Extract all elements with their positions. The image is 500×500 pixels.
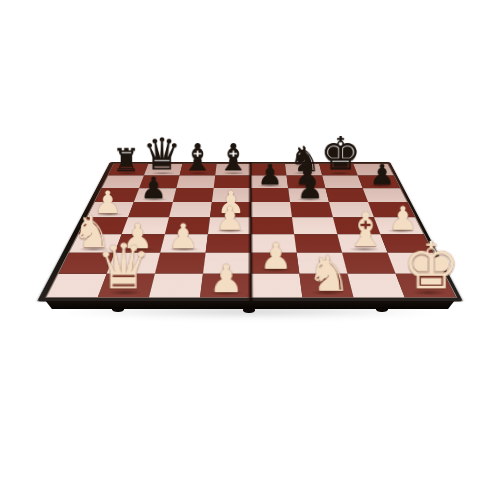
square-e1 [251, 274, 302, 297]
white-king-h1: ♚ [402, 233, 460, 298]
black-rook-a8: ♜ [112, 145, 140, 176]
square-d4: ♟ [208, 217, 251, 234]
black-pawn-h7: ♟ [369, 161, 394, 189]
black-pawn-b6: ♟ [140, 173, 167, 203]
square-d3 [206, 234, 251, 253]
square-b1: ♛ [98, 274, 155, 297]
black-king-g8: ♚ [320, 131, 361, 176]
black-pawn-e7: ♟ [257, 161, 282, 189]
square-g7 [322, 176, 363, 189]
square-c3: ♟ [160, 234, 208, 253]
square-g8: ♚ [319, 164, 358, 176]
square-e2: ♟ [251, 253, 299, 274]
square-f6: ♟ [288, 188, 329, 202]
black-pawn-f6: ♟ [296, 173, 323, 203]
white-pawn-e2: ♟ [259, 238, 292, 275]
square-h1: ♚ [396, 274, 456, 297]
square-c7 [176, 176, 215, 189]
square-e7: ♟ [251, 176, 288, 189]
black-bishop-c8: ♝ [181, 140, 214, 177]
square-h7: ♟ [358, 176, 400, 189]
white-queen-b1: ♛ [95, 236, 151, 299]
chess-set-photo: ♜♛♝♝♞♚♟♟♟♟♟♟♟♟♟♞♟♟♝♟♛♟♞♚ [0, 0, 500, 500]
square-b6: ♟ [134, 188, 177, 202]
square-c1 [149, 274, 203, 297]
board-case-frame: ♜♛♝♝♞♚♟♟♟♟♟♟♟♟♟♞♟♟♝♟♛♟♞♚ [37, 162, 463, 301]
white-knight-f1: ♞ [306, 248, 351, 298]
square-e4 [251, 217, 294, 234]
white-pawn-d4: ♟ [215, 202, 244, 235]
square-g6 [325, 188, 368, 202]
board-fold-line [247, 162, 253, 301]
square-f4 [292, 217, 337, 234]
square-e6 [251, 188, 290, 202]
square-c8: ♝ [180, 164, 217, 176]
square-c2 [155, 253, 206, 274]
white-pawn-c3: ♟ [167, 219, 198, 253]
chess-board-3d: ♜♛♝♝♞♚♟♟♟♟♟♟♟♟♟♞♟♟♝♟♛♟♞♚ [37, 162, 463, 301]
square-c6 [173, 188, 214, 202]
white-pawn-d1: ♟ [208, 260, 243, 299]
black-bishop-d8: ♝ [217, 140, 250, 177]
square-e5 [251, 202, 292, 217]
square-d1: ♟ [200, 274, 251, 297]
square-d8: ♝ [215, 164, 251, 176]
square-f1: ♞ [299, 274, 353, 297]
square-f5 [290, 202, 333, 217]
